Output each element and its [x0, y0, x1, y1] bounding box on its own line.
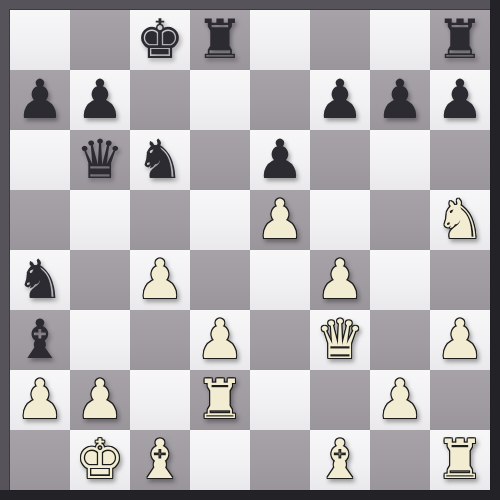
white-pawn: ♟ [436, 310, 484, 370]
square-c6[interactable]: ♞ [130, 130, 190, 190]
square-g3[interactable] [370, 310, 430, 370]
black-king: ♚ [136, 10, 184, 70]
square-d1[interactable] [190, 430, 250, 490]
square-e4[interactable] [250, 250, 310, 310]
square-f5[interactable] [310, 190, 370, 250]
square-b1[interactable]: ♚ [70, 430, 130, 490]
white-pawn: ♟ [196, 310, 244, 370]
square-a4[interactable]: ♞ [10, 250, 70, 310]
white-pawn: ♟ [256, 190, 304, 250]
square-h7[interactable]: ♟ [430, 70, 490, 130]
white-rook: ♜ [436, 430, 484, 490]
square-a1[interactable] [10, 430, 70, 490]
white-king: ♚ [76, 430, 124, 490]
white-pawn: ♟ [376, 370, 424, 430]
square-c3[interactable] [130, 310, 190, 370]
square-d2[interactable]: ♜ [190, 370, 250, 430]
chess-board: ♚♜♜♟♟♟♟♟♛♞♟♟♞♞♟♟♝♟♛♟♟♟♜♟♚♝♝♜ [10, 10, 490, 490]
square-e1[interactable] [250, 430, 310, 490]
square-b8[interactable] [70, 10, 130, 70]
board-frame: ♚♜♜♟♟♟♟♟♛♞♟♟♞♞♟♟♝♟♛♟♟♟♜♟♚♝♝♜ [0, 0, 500, 500]
square-a8[interactable] [10, 10, 70, 70]
square-f4[interactable]: ♟ [310, 250, 370, 310]
black-rook: ♜ [436, 10, 484, 70]
black-rook: ♜ [196, 10, 244, 70]
black-pawn: ♟ [436, 70, 484, 130]
square-h3[interactable]: ♟ [430, 310, 490, 370]
square-c5[interactable] [130, 190, 190, 250]
square-b2[interactable]: ♟ [70, 370, 130, 430]
white-bishop: ♝ [316, 430, 364, 490]
square-g6[interactable] [370, 130, 430, 190]
black-pawn: ♟ [256, 130, 304, 190]
square-e7[interactable] [250, 70, 310, 130]
black-pawn: ♟ [376, 70, 424, 130]
square-d5[interactable] [190, 190, 250, 250]
square-a2[interactable]: ♟ [10, 370, 70, 430]
square-d7[interactable] [190, 70, 250, 130]
square-c2[interactable] [130, 370, 190, 430]
white-rook: ♜ [196, 370, 244, 430]
square-a3[interactable]: ♝ [10, 310, 70, 370]
square-b4[interactable] [70, 250, 130, 310]
white-pawn: ♟ [16, 370, 64, 430]
square-c8[interactable]: ♚ [130, 10, 190, 70]
square-h8[interactable]: ♜ [430, 10, 490, 70]
square-a5[interactable] [10, 190, 70, 250]
square-e8[interactable] [250, 10, 310, 70]
square-c1[interactable]: ♝ [130, 430, 190, 490]
white-pawn: ♟ [316, 250, 364, 310]
square-b7[interactable]: ♟ [70, 70, 130, 130]
square-e3[interactable] [250, 310, 310, 370]
white-pawn: ♟ [136, 250, 184, 310]
square-g5[interactable] [370, 190, 430, 250]
white-bishop: ♝ [136, 430, 184, 490]
square-f2[interactable] [310, 370, 370, 430]
square-b6[interactable]: ♛ [70, 130, 130, 190]
square-d8[interactable]: ♜ [190, 10, 250, 70]
black-knight: ♞ [16, 250, 64, 310]
square-e5[interactable]: ♟ [250, 190, 310, 250]
square-g2[interactable]: ♟ [370, 370, 430, 430]
square-f6[interactable] [310, 130, 370, 190]
square-c7[interactable] [130, 70, 190, 130]
square-h4[interactable] [430, 250, 490, 310]
square-b3[interactable] [70, 310, 130, 370]
square-e2[interactable] [250, 370, 310, 430]
square-g4[interactable] [370, 250, 430, 310]
square-a7[interactable]: ♟ [10, 70, 70, 130]
square-f3[interactable]: ♛ [310, 310, 370, 370]
square-h6[interactable] [430, 130, 490, 190]
square-e6[interactable]: ♟ [250, 130, 310, 190]
black-pawn: ♟ [316, 70, 364, 130]
square-c4[interactable]: ♟ [130, 250, 190, 310]
square-h1[interactable]: ♜ [430, 430, 490, 490]
black-pawn: ♟ [16, 70, 64, 130]
square-d3[interactable]: ♟ [190, 310, 250, 370]
square-b5[interactable] [70, 190, 130, 250]
black-knight: ♞ [136, 130, 184, 190]
square-h2[interactable] [430, 370, 490, 430]
white-knight: ♞ [436, 190, 484, 250]
square-g8[interactable] [370, 10, 430, 70]
square-f7[interactable]: ♟ [310, 70, 370, 130]
square-g7[interactable]: ♟ [370, 70, 430, 130]
white-queen: ♛ [316, 310, 364, 370]
square-d4[interactable] [190, 250, 250, 310]
square-g1[interactable] [370, 430, 430, 490]
square-d6[interactable] [190, 130, 250, 190]
black-pawn: ♟ [76, 70, 124, 130]
square-a6[interactable] [10, 130, 70, 190]
square-h5[interactable]: ♞ [430, 190, 490, 250]
white-pawn: ♟ [76, 370, 124, 430]
square-f8[interactable] [310, 10, 370, 70]
black-queen: ♛ [76, 130, 124, 190]
square-f1[interactable]: ♝ [310, 430, 370, 490]
black-bishop: ♝ [16, 310, 64, 370]
